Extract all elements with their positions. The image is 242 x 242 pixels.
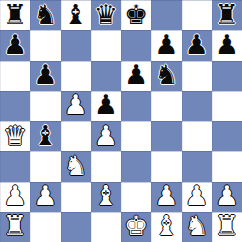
black-rook-piece[interactable]: ♜ — [215, 1, 239, 28]
black-pawn-piece[interactable]: ♟ — [185, 31, 209, 58]
white-knight-piece[interactable]: ♞ — [185, 212, 209, 239]
square-f8[interactable] — [151, 0, 181, 30]
square-h2[interactable]: ♟ — [212, 182, 242, 212]
black-pawn-piece[interactable]: ♟ — [33, 61, 57, 88]
black-knight-piece[interactable]: ♞ — [33, 1, 57, 28]
square-b2[interactable]: ♟ — [30, 182, 60, 212]
square-g8[interactable] — [182, 0, 212, 30]
white-pawn-piece[interactable]: ♟ — [64, 91, 88, 118]
white-pawn-piece[interactable]: ♟ — [94, 122, 118, 149]
square-e4[interactable] — [121, 121, 151, 151]
square-a7[interactable]: ♟ — [0, 30, 30, 60]
square-a3[interactable] — [0, 151, 30, 181]
square-a4[interactable]: ♛ — [0, 121, 30, 151]
square-d6[interactable] — [91, 61, 121, 91]
square-b1[interactable] — [30, 212, 60, 242]
square-g7[interactable]: ♟ — [182, 30, 212, 60]
square-f2[interactable]: ♟ — [151, 182, 181, 212]
white-pawn-piece[interactable]: ♟ — [3, 182, 27, 209]
square-a1[interactable]: ♜ — [0, 212, 30, 242]
square-h6[interactable] — [212, 61, 242, 91]
square-h1[interactable]: ♜ — [212, 212, 242, 242]
square-a6[interactable] — [0, 61, 30, 91]
square-d5[interactable]: ♟ — [91, 91, 121, 121]
square-d8[interactable]: ♛ — [91, 0, 121, 30]
square-c6[interactable] — [61, 61, 91, 91]
square-g5[interactable] — [182, 91, 212, 121]
square-f5[interactable] — [151, 91, 181, 121]
square-g3[interactable] — [182, 151, 212, 181]
white-pawn-piece[interactable]: ♟ — [215, 182, 239, 209]
white-pawn-piece[interactable]: ♟ — [154, 182, 178, 209]
square-e7[interactable] — [121, 30, 151, 60]
square-e8[interactable]: ♚ — [121, 0, 151, 30]
square-c2[interactable] — [61, 182, 91, 212]
black-king-piece[interactable]: ♚ — [124, 1, 148, 28]
black-pawn-piece[interactable]: ♟ — [154, 31, 178, 58]
white-bishop-piece[interactable]: ♝ — [154, 212, 178, 239]
square-a8[interactable]: ♜ — [0, 0, 30, 30]
square-f7[interactable]: ♟ — [151, 30, 181, 60]
square-h8[interactable]: ♜ — [212, 0, 242, 30]
square-b5[interactable] — [30, 91, 60, 121]
square-b7[interactable] — [30, 30, 60, 60]
black-pawn-piece[interactable]: ♟ — [124, 61, 148, 88]
square-c4[interactable] — [61, 121, 91, 151]
black-pawn-piece[interactable]: ♟ — [3, 31, 27, 58]
white-queen-piece[interactable]: ♛ — [3, 122, 27, 149]
square-h4[interactable] — [212, 121, 242, 151]
square-g6[interactable] — [182, 61, 212, 91]
square-f3[interactable] — [151, 151, 181, 181]
white-knight-piece[interactable]: ♞ — [64, 152, 88, 179]
white-rook-piece[interactable]: ♜ — [215, 212, 239, 239]
square-d3[interactable] — [91, 151, 121, 181]
square-h7[interactable]: ♟ — [212, 30, 242, 60]
square-e6[interactable]: ♟ — [121, 61, 151, 91]
square-e3[interactable] — [121, 151, 151, 181]
square-f6[interactable]: ♞ — [151, 61, 181, 91]
square-a5[interactable] — [0, 91, 30, 121]
square-c7[interactable] — [61, 30, 91, 60]
square-g1[interactable]: ♞ — [182, 212, 212, 242]
white-pawn-piece[interactable]: ♟ — [33, 182, 57, 209]
square-f1[interactable]: ♝ — [151, 212, 181, 242]
white-bishop-piece[interactable]: ♝ — [94, 182, 118, 209]
black-pawn-piece[interactable]: ♟ — [215, 31, 239, 58]
square-g4[interactable] — [182, 121, 212, 151]
square-c3[interactable]: ♞ — [61, 151, 91, 181]
chess-board: ♜♞♝♛♚♜♟♟♟♟♟♟♞♟♟♛♝♟♞♟♟♝♟♟♟♜♚♝♞♜ — [0, 0, 242, 242]
square-d2[interactable]: ♝ — [91, 182, 121, 212]
black-bishop-piece[interactable]: ♝ — [33, 122, 57, 149]
square-c1[interactable] — [61, 212, 91, 242]
square-c8[interactable]: ♝ — [61, 0, 91, 30]
square-b3[interactable] — [30, 151, 60, 181]
white-pawn-piece[interactable]: ♟ — [185, 182, 209, 209]
black-queen-piece[interactable]: ♛ — [94, 1, 118, 28]
black-pawn-piece[interactable]: ♟ — [94, 91, 118, 118]
square-e2[interactable] — [121, 182, 151, 212]
square-b6[interactable]: ♟ — [30, 61, 60, 91]
black-bishop-piece[interactable]: ♝ — [64, 1, 88, 28]
square-b8[interactable]: ♞ — [30, 0, 60, 30]
white-king-piece[interactable]: ♚ — [124, 212, 148, 239]
square-d7[interactable] — [91, 30, 121, 60]
black-rook-piece[interactable]: ♜ — [3, 1, 27, 28]
square-e5[interactable] — [121, 91, 151, 121]
square-b4[interactable]: ♝ — [30, 121, 60, 151]
square-c5[interactable]: ♟ — [61, 91, 91, 121]
white-rook-piece[interactable]: ♜ — [3, 212, 27, 239]
square-g2[interactable]: ♟ — [182, 182, 212, 212]
square-f4[interactable] — [151, 121, 181, 151]
black-knight-piece[interactable]: ♞ — [154, 61, 178, 88]
square-e1[interactable]: ♚ — [121, 212, 151, 242]
square-a2[interactable]: ♟ — [0, 182, 30, 212]
square-h5[interactable] — [212, 91, 242, 121]
square-d4[interactable]: ♟ — [91, 121, 121, 151]
square-d1[interactable] — [91, 212, 121, 242]
square-h3[interactable] — [212, 151, 242, 181]
